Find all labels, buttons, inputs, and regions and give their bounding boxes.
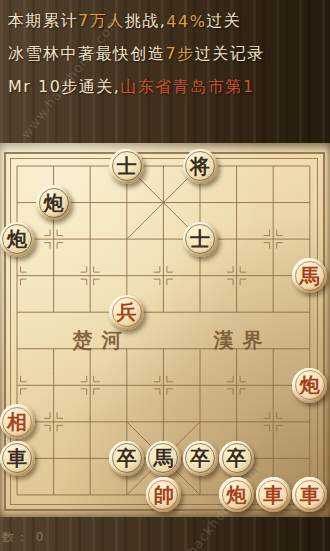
stats-text-segment: 本期累计 — [8, 11, 78, 32]
piece-glyph: 炮 — [227, 485, 247, 505]
piece-glyph: 卒 — [117, 448, 137, 468]
piece-glyph: 馬 — [300, 266, 320, 286]
stats-line-2: 冰雪林中著最快创造7步过关记录 — [8, 38, 328, 71]
piece-red-general[interactable]: 帥 — [146, 477, 181, 512]
xiangqi-puzzle-screen: 本期累计7万人挑战,44%过关 冰雪林中著最快创造7步过关记录 Mr 10步通关… — [0, 0, 330, 551]
piece-black-cannon[interactable]: 炮 — [0, 222, 35, 257]
piece-red-chariot[interactable]: 車 — [256, 477, 291, 512]
stats-text-segment: 7万人 — [78, 11, 125, 32]
piece-glyph: 士 — [190, 229, 210, 249]
stats-text-segment: 7步 — [166, 44, 195, 65]
piece-black-advisor[interactable]: 士 — [109, 149, 144, 184]
piece-glyph: 兵 — [117, 302, 137, 322]
piece-glyph: 炮 — [7, 229, 27, 249]
piece-red-chariot[interactable]: 車 — [292, 477, 327, 512]
piece-black-advisor[interactable]: 士 — [183, 222, 218, 257]
piece-glyph: 帥 — [153, 485, 173, 505]
piece-black-soldier[interactable]: 卒 — [219, 441, 254, 476]
piece-black-cannon[interactable]: 炮 — [36, 185, 71, 220]
piece-red-horse[interactable]: 馬 — [292, 258, 327, 293]
piece-glyph: 車 — [300, 485, 320, 505]
piece-black-soldier[interactable]: 卒 — [109, 441, 144, 476]
piece-red-elephant[interactable]: 相 — [0, 404, 35, 439]
stats-text-segment: 过关记录 — [195, 44, 265, 65]
piece-glyph: 将 — [190, 156, 210, 176]
piece-glyph: 相 — [7, 412, 27, 432]
stats-text-segment: 挑战, — [125, 11, 167, 32]
puzzle-stats-header: 本期累计7万人挑战,44%过关 冰雪林中著最快创造7步过关记录 Mr 10步通关… — [8, 5, 328, 104]
piece-black-chariot[interactable]: 車 — [0, 441, 35, 476]
stats-text-segment: 过关 — [206, 11, 241, 32]
stats-text-segment: 44% — [166, 12, 206, 31]
piece-glyph: 士 — [117, 156, 137, 176]
stats-text-segment: 山东省青岛市第1 — [120, 77, 254, 98]
piece-glyph: 車 — [7, 448, 27, 468]
stats-line-1: 本期累计7万人挑战,44%过关 — [8, 5, 328, 38]
piece-glyph: 車 — [263, 485, 283, 505]
piece-glyph: 炮 — [300, 375, 320, 395]
footer-partial-text: 数： 0 — [2, 529, 45, 546]
piece-glyph: 卒 — [227, 448, 247, 468]
stats-text-segment: Mr 10步通关, — [8, 77, 120, 98]
piece-black-general[interactable]: 将 — [183, 149, 218, 184]
piece-glyph: 炮 — [44, 193, 64, 213]
piece-glyph: 馬 — [153, 448, 173, 468]
piece-red-cannon[interactable]: 炮 — [292, 368, 327, 403]
piece-red-cannon[interactable]: 炮 — [219, 477, 254, 512]
piece-red-soldier[interactable]: 兵 — [109, 295, 144, 330]
stats-text-segment: 冰雪林中著最快创造 — [8, 44, 166, 65]
piece-glyph: 卒 — [190, 448, 210, 468]
piece-black-horse[interactable]: 馬 — [146, 441, 181, 476]
stats-line-3: Mr 10步通关,山东省青岛市第1 — [8, 71, 328, 104]
piece-black-soldier[interactable]: 卒 — [183, 441, 218, 476]
